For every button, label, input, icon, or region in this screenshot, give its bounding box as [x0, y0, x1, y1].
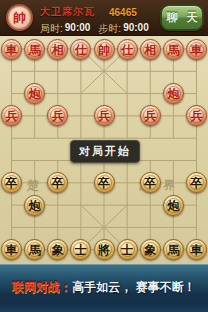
piece-red-兵-3-6[interactable]: 兵 [140, 105, 161, 126]
move-time-label: 步时: [98, 22, 121, 36]
piece-red-相-0-6[interactable]: 相 [140, 39, 161, 60]
piece-black-象-9-6[interactable]: 象 [140, 239, 161, 260]
opponent-avatar[interactable]: 帥 [6, 4, 33, 31]
piece-red-仕-0-3[interactable]: 仕 [70, 39, 91, 60]
top-bar: 帥 大卫席尔瓦 46465 局时: 90:00 步时: 90:00 聊 天 [0, 0, 208, 36]
piece-red-仕-0-5[interactable]: 仕 [117, 39, 138, 60]
chat-button[interactable]: 聊 天 [160, 4, 204, 31]
piece-red-馬-0-7[interactable]: 馬 [163, 39, 184, 60]
piece-red-車-0-8[interactable]: 車 [186, 39, 207, 60]
game-time-label: 局时: [40, 22, 63, 36]
piece-red-帥-0-4[interactable]: 帥 [94, 39, 115, 60]
piece-black-炮-7-1[interactable]: 炮 [24, 195, 45, 216]
piece-red-兵-3-4[interactable]: 兵 [94, 105, 115, 126]
ticker-prefix: 联网对战： [12, 280, 72, 294]
ticker-text: 高手如云， 赛事不断！ [72, 280, 195, 294]
piece-red-相-0-2[interactable]: 相 [47, 39, 68, 60]
piece-red-車-0-0[interactable]: 車 [1, 39, 22, 60]
opponent-info: 大卫席尔瓦 46465 局时: 90:00 步时: 90:00 [40, 5, 160, 36]
opponent-id: 46465 [109, 7, 137, 18]
piece-black-士-9-5[interactable]: 士 [117, 239, 138, 260]
piece-black-卒-6-4[interactable]: 卒 [94, 172, 115, 193]
piece-black-炮-7-7[interactable]: 炮 [163, 195, 184, 216]
move-time-value: 90:00 [123, 22, 149, 36]
news-ticker: 联网对战：高手如云， 赛事不断！ [0, 264, 208, 312]
game-time-value: 90:00 [65, 22, 91, 36]
piece-red-炮-2-7[interactable]: 炮 [163, 83, 184, 104]
xiangqi-app: 帥 大卫席尔瓦 46465 局时: 90:00 步时: 90:00 聊 天 [0, 0, 208, 312]
piece-red-馬-0-1[interactable]: 馬 [24, 39, 45, 60]
piece-black-馬-9-7[interactable]: 馬 [163, 239, 184, 260]
game-start-toast: 对局开始 [70, 140, 140, 163]
piece-black-卒-6-6[interactable]: 卒 [140, 172, 161, 193]
opponent-name: 大卫席尔瓦 [40, 5, 95, 19]
piece-black-將-9-4[interactable]: 將 [94, 239, 115, 260]
